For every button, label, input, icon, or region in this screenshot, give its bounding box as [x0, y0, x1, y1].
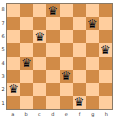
- square-a4[interactable]: [7, 57, 20, 70]
- file-label-g: g: [86, 110, 99, 119]
- square-g5[interactable]: [86, 43, 99, 56]
- square-e6[interactable]: [60, 30, 73, 43]
- chess-board: ♛♛♛♛♛♛♛♛: [6, 3, 113, 110]
- square-g4[interactable]: [86, 57, 99, 70]
- file-label-a: a: [6, 110, 19, 119]
- square-b4[interactable]: ♛: [20, 57, 33, 70]
- square-h3[interactable]: [99, 70, 112, 83]
- square-f2[interactable]: [73, 83, 86, 96]
- square-d6[interactable]: [46, 30, 59, 43]
- square-e1[interactable]: [60, 96, 73, 109]
- black-queen[interactable]: ♛: [100, 43, 111, 55]
- square-a2[interactable]: ♛: [7, 83, 20, 96]
- file-label-h: h: [100, 110, 113, 119]
- square-f8[interactable]: [73, 4, 86, 17]
- square-b2[interactable]: [20, 83, 33, 96]
- square-c5[interactable]: [33, 43, 46, 56]
- black-queen[interactable]: ♛: [21, 57, 32, 69]
- square-c1[interactable]: [33, 96, 46, 109]
- square-e2[interactable]: [60, 83, 73, 96]
- file-label-c: c: [33, 110, 46, 119]
- square-g7[interactable]: ♛: [86, 17, 99, 30]
- square-d8[interactable]: ♛: [46, 4, 59, 17]
- square-g2[interactable]: [86, 83, 99, 96]
- square-d5[interactable]: [46, 43, 59, 56]
- square-h6[interactable]: [99, 30, 112, 43]
- square-f5[interactable]: [73, 43, 86, 56]
- square-h7[interactable]: [99, 17, 112, 30]
- square-b6[interactable]: [20, 30, 33, 43]
- square-b5[interactable]: [20, 43, 33, 56]
- square-e4[interactable]: [60, 57, 73, 70]
- square-h8[interactable]: [99, 4, 112, 17]
- square-g1[interactable]: [86, 96, 99, 109]
- square-c7[interactable]: [33, 17, 46, 30]
- square-b1[interactable]: [20, 96, 33, 109]
- file-label-d: d: [46, 110, 59, 119]
- square-d4[interactable]: [46, 57, 59, 70]
- square-e5[interactable]: [60, 43, 73, 56]
- square-f3[interactable]: [73, 70, 86, 83]
- square-f7[interactable]: [73, 17, 86, 30]
- square-d3[interactable]: [46, 70, 59, 83]
- square-a6[interactable]: [7, 30, 20, 43]
- square-a1[interactable]: [7, 96, 20, 109]
- black-queen[interactable]: ♛: [87, 17, 98, 29]
- square-b7[interactable]: [20, 17, 33, 30]
- square-c3[interactable]: [33, 70, 46, 83]
- square-h4[interactable]: [99, 57, 112, 70]
- square-g3[interactable]: [86, 70, 99, 83]
- square-d2[interactable]: [46, 83, 59, 96]
- square-a5[interactable]: [7, 43, 20, 56]
- square-e7[interactable]: [60, 17, 73, 30]
- black-queen[interactable]: ♛: [61, 70, 72, 82]
- square-a8[interactable]: [7, 4, 20, 17]
- square-a7[interactable]: [7, 17, 20, 30]
- black-queen[interactable]: ♛: [34, 30, 45, 42]
- square-f4[interactable]: [73, 57, 86, 70]
- square-h5[interactable]: ♛: [99, 43, 112, 56]
- black-queen[interactable]: ♛: [74, 96, 85, 108]
- black-queen[interactable]: ♛: [8, 83, 19, 95]
- file-labels: abcdefgh: [6, 110, 113, 119]
- square-b8[interactable]: [20, 4, 33, 17]
- square-h1[interactable]: [99, 96, 112, 109]
- square-e3[interactable]: ♛: [60, 70, 73, 83]
- square-c2[interactable]: [33, 83, 46, 96]
- file-label-f: f: [73, 110, 86, 119]
- black-queen[interactable]: ♛: [48, 4, 59, 16]
- square-d1[interactable]: [46, 96, 59, 109]
- square-c8[interactable]: [33, 4, 46, 17]
- square-h2[interactable]: [99, 83, 112, 96]
- square-c4[interactable]: [33, 57, 46, 70]
- square-g8[interactable]: [86, 4, 99, 17]
- chess-diagram: 87654321 ♛♛♛♛♛♛♛♛ abcdefgh: [0, 0, 118, 120]
- file-label-b: b: [19, 110, 32, 119]
- square-d7[interactable]: [46, 17, 59, 30]
- square-g6[interactable]: [86, 30, 99, 43]
- square-f1[interactable]: ♛: [73, 96, 86, 109]
- square-b3[interactable]: [20, 70, 33, 83]
- square-f6[interactable]: [73, 30, 86, 43]
- square-e8[interactable]: [60, 4, 73, 17]
- square-c6[interactable]: ♛: [33, 30, 46, 43]
- file-label-e: e: [60, 110, 73, 119]
- square-a3[interactable]: [7, 70, 20, 83]
